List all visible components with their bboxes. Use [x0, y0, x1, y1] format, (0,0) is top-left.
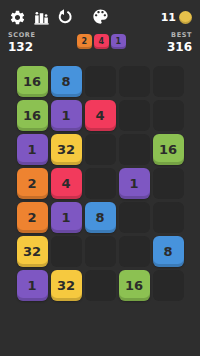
tile-1[interactable]: 1: [17, 270, 48, 301]
tile-8[interactable]: 8: [51, 66, 82, 97]
tile-2[interactable]: 2: [17, 202, 48, 233]
empty-cell[interactable]: [119, 202, 150, 233]
coin-counter[interactable]: 11: [161, 11, 192, 24]
empty-cell[interactable]: [85, 66, 116, 97]
score-bar: SCORE 132 241 BEST 316: [0, 27, 200, 57]
tile-1[interactable]: 1: [119, 168, 150, 199]
empty-cell[interactable]: [85, 134, 116, 165]
empty-cell[interactable]: [85, 168, 116, 199]
tile-32[interactable]: 32: [51, 270, 82, 301]
gear-icon: [9, 9, 26, 26]
leaderboard-button[interactable]: [32, 8, 50, 26]
tile-16[interactable]: 16: [17, 100, 48, 131]
score-value: 132: [8, 40, 35, 54]
empty-cell[interactable]: [119, 100, 150, 131]
tile-4[interactable]: 4: [51, 168, 82, 199]
tile-8[interactable]: 8: [153, 236, 184, 267]
tile-8[interactable]: 8: [85, 202, 116, 233]
coin-count: 11: [161, 11, 176, 24]
queue-tile-1: 1: [111, 34, 126, 49]
queue-tile-4: 4: [94, 34, 109, 49]
tile-16[interactable]: 16: [153, 134, 184, 165]
best-block: BEST 316: [167, 31, 192, 54]
tile-16[interactable]: 16: [17, 66, 48, 97]
best-label: BEST: [171, 31, 192, 39]
empty-cell[interactable]: [85, 270, 116, 301]
theme-button[interactable]: [91, 7, 109, 25]
stats-podium-icon: [33, 9, 50, 26]
tile-1[interactable]: 1: [51, 100, 82, 131]
next-tiles-queue: 241: [77, 34, 126, 49]
empty-cell[interactable]: [51, 236, 82, 267]
top-bar: 11: [0, 0, 200, 27]
restart-undo-icon: [57, 9, 73, 25]
tile-16[interactable]: 16: [119, 270, 150, 301]
board: 16816141321624121832813216: [17, 66, 184, 301]
tile-32[interactable]: 32: [51, 134, 82, 165]
restart-button[interactable]: [56, 8, 74, 26]
empty-cell[interactable]: [85, 236, 116, 267]
empty-cell[interactable]: [119, 134, 150, 165]
score-label: SCORE: [8, 31, 35, 39]
coin-icon: [179, 11, 192, 24]
empty-cell[interactable]: [153, 66, 184, 97]
tile-32[interactable]: 32: [17, 236, 48, 267]
settings-button[interactable]: [8, 8, 26, 26]
tile-1[interactable]: 1: [17, 134, 48, 165]
empty-cell[interactable]: [153, 270, 184, 301]
best-value: 316: [167, 40, 192, 54]
score-block: SCORE 132: [8, 31, 35, 54]
empty-cell[interactable]: [119, 236, 150, 267]
empty-cell[interactable]: [119, 66, 150, 97]
empty-cell[interactable]: [153, 202, 184, 233]
tile-1[interactable]: 1: [51, 202, 82, 233]
palette-icon: [91, 7, 110, 26]
tile-2[interactable]: 2: [17, 168, 48, 199]
empty-cell[interactable]: [153, 168, 184, 199]
queue-tile-2: 2: [77, 34, 92, 49]
empty-cell[interactable]: [153, 100, 184, 131]
tile-4[interactable]: 4: [85, 100, 116, 131]
